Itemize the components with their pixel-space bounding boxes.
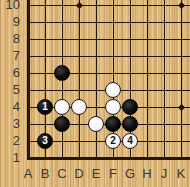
column-label-D: D xyxy=(72,167,86,181)
column-label-B: B xyxy=(38,167,52,181)
column-label-J: J xyxy=(157,167,171,181)
column-label-H: H xyxy=(140,167,154,181)
column-label-F: F xyxy=(106,167,120,181)
column-label-A: A xyxy=(21,167,35,181)
column-label-G: G xyxy=(123,167,137,181)
go-board-diagram: 1324 10987654321 ABCDEFGHJK xyxy=(0,0,190,187)
column-labels: ABCDEFGHJK xyxy=(0,0,190,187)
column-label-E: E xyxy=(89,167,103,181)
column-label-C: C xyxy=(55,167,69,181)
column-label-K: K xyxy=(174,167,188,181)
